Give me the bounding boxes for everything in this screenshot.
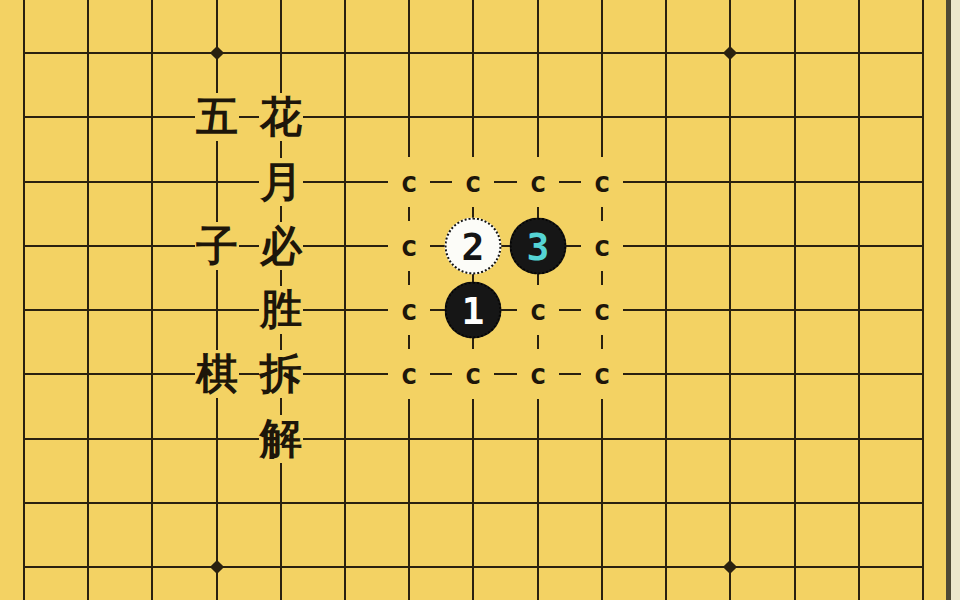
c-mark-J7: c [581,349,623,399]
grid-line-v [151,0,153,600]
stone-2-white: 2 [445,218,502,275]
gomoku-board[interactable]: ccccccccccccc五子棋花月必胜拆解123 [0,0,946,600]
grid-line-v [665,0,667,600]
c-mark-H7: c [452,349,494,399]
title-char-7: 拆 [259,350,303,398]
star-point [210,560,224,574]
c-mark-J8: c [581,285,623,335]
title-char-0: 五 [195,93,239,141]
c-mark-G7: c [388,349,430,399]
title-char-6: 胜 [259,286,303,334]
title-char-4: 月 [259,158,303,206]
stone-number: 2 [462,227,485,265]
c-mark-I10: c [517,157,559,207]
c-mark-I8: c [517,285,559,335]
grid-line-v [87,0,89,600]
star-point [723,46,737,60]
c-mark-J9: c [581,221,623,271]
stone-3-black: 3 [510,218,567,275]
title-char-1: 子 [195,222,239,270]
title-char-8: 解 [259,415,303,463]
grid-line-v [922,0,924,600]
c-mark-G10: c [388,157,430,207]
stone-number: 3 [527,227,550,265]
stone-number: 1 [462,291,485,329]
grid-line-v [794,0,796,600]
c-mark-H10: c [452,157,494,207]
grid-line-v [344,0,346,600]
star-point [723,560,737,574]
grid-line-v [858,0,860,600]
c-mark-G9: c [388,221,430,271]
grid-line-v [23,0,25,600]
grid-line-h [23,52,924,54]
title-char-5: 必 [259,222,303,270]
screenshot-root: ccccccccccccc五子棋花月必胜拆解123 [0,0,960,600]
grid-line-h [23,116,924,118]
title-char-2: 棋 [195,350,239,398]
c-mark-I7: c [517,349,559,399]
grid-line-h [23,566,924,568]
grid-line-h [23,502,924,504]
grid-line-v [216,0,218,600]
c-mark-J10: c [581,157,623,207]
grid-line-v [729,0,731,600]
star-point [210,46,224,60]
grid-line-h [23,438,924,440]
c-mark-G8: c [388,285,430,335]
stone-1-black: 1 [445,282,502,339]
window-background-strip [951,0,960,600]
title-char-3: 花 [259,93,303,141]
